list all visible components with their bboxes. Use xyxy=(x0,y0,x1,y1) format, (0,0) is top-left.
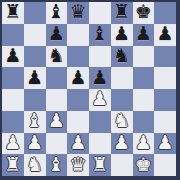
square-d2[interactable]: ♟ xyxy=(67,133,89,155)
square-e4[interactable]: ♟ xyxy=(89,89,111,111)
white-pawn[interactable]: ♟ xyxy=(91,89,108,108)
square-c6[interactable]: ♞ xyxy=(46,46,68,68)
square-c1[interactable]: ♝ xyxy=(46,154,68,176)
square-f6[interactable]: ♞ xyxy=(111,46,133,68)
black-pawn[interactable]: ♟ xyxy=(4,46,21,65)
black-queen[interactable]: ♛ xyxy=(70,2,87,21)
square-e1[interactable]: ♜ xyxy=(89,154,111,176)
square-d3[interactable] xyxy=(67,111,89,133)
square-d4[interactable] xyxy=(67,89,89,111)
square-c2[interactable] xyxy=(46,133,68,155)
square-f8[interactable]: ♜ xyxy=(111,2,133,24)
square-a3[interactable] xyxy=(2,111,24,133)
square-g3[interactable] xyxy=(133,111,155,133)
square-d5[interactable]: ♟ xyxy=(67,67,89,89)
square-a7[interactable] xyxy=(2,24,24,46)
square-h6[interactable] xyxy=(154,46,176,68)
white-pawn[interactable]: ♟ xyxy=(4,133,21,152)
square-b7[interactable] xyxy=(24,24,46,46)
square-b8[interactable] xyxy=(24,2,46,24)
black-pawn[interactable]: ♟ xyxy=(157,24,174,43)
white-bishop[interactable]: ♝ xyxy=(26,111,43,130)
square-c3[interactable]: ♟ xyxy=(46,111,68,133)
square-a1[interactable]: ♜ xyxy=(2,154,24,176)
square-h1[interactable] xyxy=(154,154,176,176)
square-d1[interactable]: ♛ xyxy=(67,154,89,176)
square-e3[interactable] xyxy=(89,111,111,133)
black-knight[interactable]: ♞ xyxy=(48,46,65,65)
square-c7[interactable]: ♟ xyxy=(46,24,68,46)
square-b5[interactable]: ♟ xyxy=(24,67,46,89)
square-g2[interactable]: ♟ xyxy=(133,133,155,155)
black-pawn[interactable]: ♟ xyxy=(26,68,43,87)
square-e5[interactable]: ♟ xyxy=(89,67,111,89)
square-g7[interactable]: ♟ xyxy=(133,24,155,46)
white-rook[interactable]: ♜ xyxy=(91,155,108,174)
square-b1[interactable]: ♞ xyxy=(24,154,46,176)
square-f1[interactable] xyxy=(111,154,133,176)
square-b3[interactable]: ♝ xyxy=(24,111,46,133)
square-e7[interactable]: ♝ xyxy=(89,24,111,46)
black-rook[interactable]: ♜ xyxy=(113,2,130,21)
square-h3[interactable] xyxy=(154,111,176,133)
black-king[interactable]: ♚ xyxy=(135,2,152,21)
white-knight[interactable]: ♞ xyxy=(26,155,43,174)
square-b6[interactable] xyxy=(24,46,46,68)
square-d6[interactable] xyxy=(67,46,89,68)
square-a8[interactable]: ♜ xyxy=(2,2,24,24)
square-g5[interactable] xyxy=(133,67,155,89)
chess-board-frame: ♜♝♛♜♚♟♝♟♟♟♟♞♞♟♟♟♟♝♟♞♟♟♟♟♟♟♜♞♝♛♜♚ xyxy=(0,0,180,180)
square-d7[interactable] xyxy=(67,24,89,46)
black-pawn[interactable]: ♟ xyxy=(135,24,152,43)
white-pawn[interactable]: ♟ xyxy=(70,133,87,152)
square-f2[interactable]: ♟ xyxy=(111,133,133,155)
white-pawn[interactable]: ♟ xyxy=(135,133,152,152)
white-king[interactable]: ♚ xyxy=(135,155,152,174)
white-rook[interactable]: ♜ xyxy=(4,155,21,174)
square-c5[interactable] xyxy=(46,67,68,89)
square-g4[interactable] xyxy=(133,89,155,111)
square-e8[interactable] xyxy=(89,2,111,24)
square-f4[interactable] xyxy=(111,89,133,111)
white-queen[interactable]: ♛ xyxy=(70,155,87,174)
square-h5[interactable] xyxy=(154,67,176,89)
white-pawn[interactable]: ♟ xyxy=(157,133,174,152)
square-d8[interactable]: ♛ xyxy=(67,2,89,24)
square-f7[interactable]: ♟ xyxy=(111,24,133,46)
square-h4[interactable] xyxy=(154,89,176,111)
square-e6[interactable] xyxy=(89,46,111,68)
black-bishop[interactable]: ♝ xyxy=(91,24,108,43)
square-g6[interactable] xyxy=(133,46,155,68)
square-h7[interactable]: ♟ xyxy=(154,24,176,46)
black-bishop[interactable]: ♝ xyxy=(48,2,65,21)
white-knight[interactable]: ♞ xyxy=(113,111,130,130)
chess-board: ♜♝♛♜♚♟♝♟♟♟♟♞♞♟♟♟♟♝♟♞♟♟♟♟♟♟♜♞♝♛♜♚ xyxy=(2,2,176,176)
square-a5[interactable] xyxy=(2,67,24,89)
white-pawn[interactable]: ♟ xyxy=(113,133,130,152)
white-pawn[interactable]: ♟ xyxy=(26,133,43,152)
black-pawn[interactable]: ♟ xyxy=(48,24,65,43)
black-knight[interactable]: ♞ xyxy=(113,46,130,65)
square-c8[interactable]: ♝ xyxy=(46,2,68,24)
square-c4[interactable] xyxy=(46,89,68,111)
square-a2[interactable]: ♟ xyxy=(2,133,24,155)
white-pawn[interactable]: ♟ xyxy=(48,111,65,130)
square-h2[interactable]: ♟ xyxy=(154,133,176,155)
square-b4[interactable] xyxy=(24,89,46,111)
square-a4[interactable] xyxy=(2,89,24,111)
white-bishop[interactable]: ♝ xyxy=(48,155,65,174)
square-h8[interactable] xyxy=(154,2,176,24)
black-rook[interactable]: ♜ xyxy=(4,2,21,21)
black-pawn[interactable]: ♟ xyxy=(91,68,108,87)
square-b2[interactable]: ♟ xyxy=(24,133,46,155)
square-e2[interactable] xyxy=(89,133,111,155)
square-g8[interactable]: ♚ xyxy=(133,2,155,24)
square-f3[interactable]: ♞ xyxy=(111,111,133,133)
square-a6[interactable]: ♟ xyxy=(2,46,24,68)
square-f5[interactable] xyxy=(111,67,133,89)
square-g1[interactable]: ♚ xyxy=(133,154,155,176)
black-pawn[interactable]: ♟ xyxy=(70,68,87,87)
black-pawn[interactable]: ♟ xyxy=(113,24,130,43)
